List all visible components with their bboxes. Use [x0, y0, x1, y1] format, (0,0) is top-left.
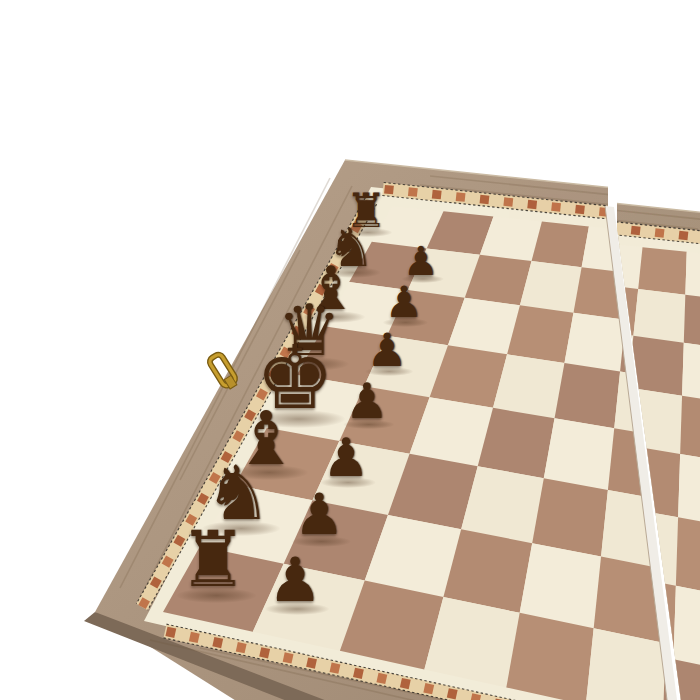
chess-board	[0, 0, 700, 700]
chess-piece-pawn[interactable]: ♟	[345, 377, 389, 426]
chess-piece-pawn[interactable]: ♟	[385, 281, 424, 324]
chess-piece-pawn[interactable]: ♟	[293, 486, 344, 543]
pawn-glyph: ♟	[403, 241, 439, 281]
pawn-glyph: ♟	[385, 281, 424, 324]
pawn-glyph: ♟	[322, 431, 370, 484]
chess-piece-pawn[interactable]: ♟	[366, 327, 407, 373]
brass-clasp	[208, 353, 239, 391]
pawn-glyph: ♟	[268, 549, 323, 610]
chess-piece-rook[interactable]: ♜	[178, 521, 247, 598]
chess-piece-pawn[interactable]: ♟	[268, 549, 323, 610]
chess-piece-pawn[interactable]: ♟	[403, 241, 439, 281]
chess-piece-pawn[interactable]: ♟	[322, 431, 370, 484]
pawn-glyph: ♟	[345, 377, 389, 426]
pawn-glyph: ♟	[293, 486, 344, 543]
pawn-glyph: ♟	[366, 327, 407, 373]
chess-set-photo: ♜♞♟♝♟♛♟♚♟♝♟♞♟♜♟	[0, 0, 700, 700]
rook-glyph: ♜	[178, 521, 247, 598]
